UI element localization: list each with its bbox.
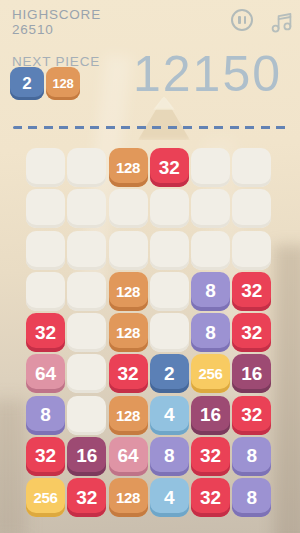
tile-256[interactable]: 256 — [26, 478, 65, 517]
tile-8[interactable]: 8 — [232, 437, 271, 476]
tile-64[interactable]: 64 — [26, 354, 65, 393]
next-piece-tile: 128 — [46, 67, 80, 100]
pause-icon — [238, 16, 241, 24]
empty-board-cell[interactable] — [191, 231, 230, 270]
tile-32[interactable]: 32 — [191, 437, 230, 476]
drop-limit-dashed-line — [13, 126, 287, 129]
tile-32[interactable]: 32 — [109, 354, 148, 393]
pause-button[interactable] — [231, 9, 253, 31]
tile-16[interactable]: 16 — [67, 437, 106, 476]
tile-32[interactable]: 32 — [67, 478, 106, 517]
tile-8[interactable]: 8 — [26, 396, 65, 435]
tile-32[interactable]: 32 — [26, 313, 65, 352]
empty-board-cell[interactable] — [150, 231, 189, 270]
empty-board-cell[interactable] — [67, 148, 106, 187]
empty-board-cell[interactable] — [67, 231, 106, 270]
tile-128[interactable]: 128 — [109, 396, 148, 435]
highscore-value: 26510 — [12, 22, 101, 37]
next-piece-tray: 2 128 — [10, 67, 80, 100]
empty-board-cell[interactable] — [67, 272, 106, 311]
tile-128[interactable]: 128 — [109, 478, 148, 517]
empty-board-cell[interactable] — [67, 189, 106, 228]
tile-32[interactable]: 32 — [232, 396, 271, 435]
tile-2[interactable]: 2 — [150, 354, 189, 393]
empty-board-cell[interactable] — [26, 231, 65, 270]
music-note-icon — [268, 8, 295, 35]
pause-icon — [244, 16, 247, 24]
next-piece-tile: 2 — [10, 67, 44, 100]
highscore-block: HIGHSCORE 26510 — [12, 7, 101, 37]
tile-8[interactable]: 8 — [191, 313, 230, 352]
music-toggle-button[interactable] — [268, 8, 295, 35]
empty-board-cell[interactable] — [150, 313, 189, 352]
empty-board-cell[interactable] — [191, 189, 230, 228]
empty-board-cell[interactable] — [232, 231, 271, 270]
game-screen: HIGHSCORE 26510 NEXT PIECE 2 128 12150 1… — [0, 0, 300, 533]
tile-128[interactable]: 128 — [109, 272, 148, 311]
empty-board-cell[interactable] — [109, 231, 148, 270]
tile-16[interactable]: 16 — [191, 396, 230, 435]
tile-32[interactable]: 32 — [191, 478, 230, 517]
tile-128[interactable]: 128 — [109, 148, 148, 187]
highscore-label: HIGHSCORE — [12, 7, 101, 22]
bg-mountain-silhouette — [138, 96, 190, 140]
tile-16[interactable]: 16 — [232, 354, 271, 393]
empty-board-cell[interactable] — [232, 148, 271, 187]
empty-board-cell[interactable] — [109, 189, 148, 228]
empty-board-cell[interactable] — [26, 148, 65, 187]
empty-board-cell[interactable] — [67, 313, 106, 352]
bg-shadow-band — [0, 400, 26, 533]
tile-8[interactable]: 8 — [232, 478, 271, 517]
empty-board-cell[interactable] — [150, 272, 189, 311]
tile-32[interactable]: 32 — [232, 313, 271, 352]
tile-8[interactable]: 8 — [191, 272, 230, 311]
empty-board-cell[interactable] — [232, 189, 271, 228]
game-board: 1283212883232128832643222561681284163232… — [26, 148, 271, 517]
empty-board-cell[interactable] — [67, 354, 106, 393]
tile-4[interactable]: 4 — [150, 478, 189, 517]
empty-board-cell[interactable] — [150, 189, 189, 228]
tile-32[interactable]: 32 — [26, 437, 65, 476]
empty-board-cell[interactable] — [26, 272, 65, 311]
tile-256[interactable]: 256 — [191, 354, 230, 393]
bg-shadow-band — [274, 245, 300, 533]
empty-board-cell[interactable] — [67, 396, 106, 435]
tile-4[interactable]: 4 — [150, 396, 189, 435]
empty-board-cell[interactable] — [26, 189, 65, 228]
current-score: 12150 — [133, 50, 282, 98]
empty-board-cell[interactable] — [191, 148, 230, 187]
tile-32[interactable]: 32 — [150, 148, 189, 187]
tile-128[interactable]: 128 — [109, 313, 148, 352]
tile-64[interactable]: 64 — [109, 437, 148, 476]
tile-8[interactable]: 8 — [150, 437, 189, 476]
tile-32[interactable]: 32 — [232, 272, 271, 311]
